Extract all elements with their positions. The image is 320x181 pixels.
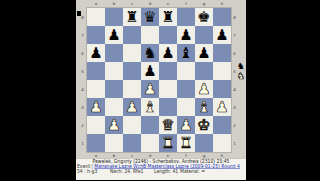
- square-d2[interactable]: [141, 116, 159, 134]
- square-b5[interactable]: [105, 62, 123, 80]
- square-e1[interactable]: ♜: [159, 134, 177, 152]
- caption: Pawelek, Grigoriy (2246) - Scherbakov, A…: [76, 158, 246, 181]
- rank-label-1: 1: [80, 134, 85, 152]
- square-h7[interactable]: ♟: [213, 26, 231, 44]
- square-d1[interactable]: [141, 134, 159, 152]
- rank-label-2: 2: [232, 116, 237, 134]
- square-d7[interactable]: [141, 26, 159, 44]
- black-knight[interactable]: ♞: [141, 44, 159, 62]
- after-move: Nach: 24. Rfe1: [110, 169, 143, 174]
- square-b6[interactable]: [105, 44, 123, 62]
- square-a1[interactable]: [87, 134, 105, 152]
- white-king[interactable]: ♚: [195, 116, 213, 134]
- file-label-b: b: [105, 1, 123, 7]
- square-c7[interactable]: [123, 26, 141, 44]
- black-pawn[interactable]: ♟: [159, 44, 177, 62]
- square-a4[interactable]: [87, 80, 105, 98]
- square-b3[interactable]: [105, 98, 123, 116]
- square-c8[interactable]: ♜: [123, 8, 141, 26]
- square-b2[interactable]: ♟: [105, 116, 123, 134]
- square-b8[interactable]: [105, 8, 123, 26]
- file-label-c: c: [123, 1, 141, 7]
- square-f1[interactable]: ♜: [177, 134, 195, 152]
- white-pawn[interactable]: ♟: [195, 80, 213, 98]
- square-h3[interactable]: ♟: [213, 98, 231, 116]
- chess-board: ♜♛♜♚♟♟♟♟♞♟♝♟♟♟♟♟♟♝♝♟♟♛♟♚♜♜: [87, 8, 231, 152]
- square-f2[interactable]: ♟: [177, 116, 195, 134]
- square-g7[interactable]: [195, 26, 213, 44]
- rank-label-3: 3: [80, 98, 85, 116]
- left-letterbox-bar: [0, 0, 76, 180]
- black-knight-icon: ♞: [237, 61, 245, 71]
- square-e7[interactable]: [159, 26, 177, 44]
- white-rook[interactable]: ♜: [177, 134, 195, 152]
- square-g2[interactable]: ♚: [195, 116, 213, 134]
- white-knight-icon: ♞: [237, 71, 245, 81]
- rank-label-7: 7: [80, 26, 85, 44]
- black-king[interactable]: ♚: [195, 8, 213, 26]
- rank-label-4: 4: [80, 80, 85, 98]
- square-c6[interactable]: [123, 44, 141, 62]
- rank-label-3: 3: [232, 98, 237, 116]
- square-d5[interactable]: ♟: [141, 62, 159, 80]
- white-rook[interactable]: ♜: [159, 134, 177, 152]
- square-h2[interactable]: [213, 116, 231, 134]
- move-display: 54 : h-g3: [77, 169, 97, 174]
- black-pawn[interactable]: ♟: [195, 44, 213, 62]
- file-label-f: f: [177, 1, 195, 7]
- white-bishop[interactable]: ♝: [141, 98, 159, 116]
- square-d8[interactable]: ♛: [141, 8, 159, 26]
- file-label-e: e: [159, 1, 177, 7]
- square-e3[interactable]: [159, 98, 177, 116]
- square-b1[interactable]: [105, 134, 123, 152]
- square-g8[interactable]: ♚: [195, 8, 213, 26]
- white-pawn[interactable]: ♟: [213, 98, 231, 116]
- rank-label-5: 5: [80, 62, 85, 80]
- square-f6[interactable]: ♝: [177, 44, 195, 62]
- square-f7[interactable]: ♟: [177, 26, 195, 44]
- file-label-h: h: [213, 1, 231, 7]
- rank-labels-left: 87654321: [80, 8, 85, 152]
- square-c1[interactable]: [123, 134, 141, 152]
- square-g1[interactable]: [195, 134, 213, 152]
- white-pawn[interactable]: ♟: [123, 98, 141, 116]
- rank-label-6: 6: [80, 44, 85, 62]
- square-e6[interactable]: ♟: [159, 44, 177, 62]
- square-f3[interactable]: [177, 98, 195, 116]
- square-f8[interactable]: [177, 8, 195, 26]
- square-d3[interactable]: ♝: [141, 98, 159, 116]
- rank-label-2: 2: [80, 116, 85, 134]
- square-h1[interactable]: [213, 134, 231, 152]
- rank-label-7: 7: [232, 26, 237, 44]
- black-pawn[interactable]: ♟: [213, 26, 231, 44]
- white-pawn[interactable]: ♟: [141, 80, 159, 98]
- black-rook[interactable]: ♜: [159, 8, 177, 26]
- square-g4[interactable]: ♟: [195, 80, 213, 98]
- video-frame: abcdefgh abcdefgh 87654321 87654321 ♜♛♜♚…: [0, 0, 320, 180]
- square-c3[interactable]: ♟: [123, 98, 141, 116]
- square-g3[interactable]: ♝: [195, 98, 213, 116]
- square-b7[interactable]: ♟: [105, 26, 123, 44]
- square-b4[interactable]: [105, 80, 123, 98]
- square-f5[interactable]: [177, 62, 195, 80]
- square-a7[interactable]: [87, 26, 105, 44]
- move-info-line: 54 : h-g3 Nach: 24. Rfe1 Length: 41 Mate…: [77, 169, 246, 175]
- black-pawn[interactable]: ♟: [141, 62, 159, 80]
- square-e5[interactable]: [159, 62, 177, 80]
- square-c4[interactable]: [123, 80, 141, 98]
- square-a6[interactable]: ♟: [87, 44, 105, 62]
- file-labels-top: abcdefgh: [87, 1, 231, 7]
- square-c5[interactable]: [123, 62, 141, 80]
- white-pawn[interactable]: ♟: [105, 116, 123, 134]
- square-h5[interactable]: [213, 62, 231, 80]
- board-panel: abcdefgh abcdefgh 87654321 87654321 ♜♛♜♚…: [76, 0, 246, 180]
- rank-label-1: 1: [232, 134, 237, 152]
- square-c2[interactable]: [123, 116, 141, 134]
- white-bishop[interactable]: ♝: [195, 98, 213, 116]
- white-pawn[interactable]: ♟: [87, 98, 105, 116]
- square-a2[interactable]: [87, 116, 105, 134]
- right-letterbox-bar: [246, 0, 320, 180]
- square-e8[interactable]: ♜: [159, 8, 177, 26]
- white-queen[interactable]: ♛: [159, 116, 177, 134]
- game-length: Length: 41: [154, 169, 178, 174]
- black-bishop[interactable]: ♝: [177, 44, 195, 62]
- file-label-a: a: [87, 1, 105, 7]
- square-h4[interactable]: [213, 80, 231, 98]
- rank-label-8: 8: [232, 8, 237, 26]
- square-a8[interactable]: [87, 8, 105, 26]
- square-a3[interactable]: ♟: [87, 98, 105, 116]
- square-g6[interactable]: ♟: [195, 44, 213, 62]
- square-e2[interactable]: ♛: [159, 116, 177, 134]
- square-h8[interactable]: [213, 8, 231, 26]
- rank-label-4: 4: [232, 80, 237, 98]
- black-rook[interactable]: ♜: [123, 8, 141, 26]
- black-pawn[interactable]: ♟: [177, 26, 195, 44]
- material-balance: Material: =: [180, 169, 205, 174]
- square-e4[interactable]: [159, 80, 177, 98]
- square-d6[interactable]: ♞: [141, 44, 159, 62]
- side-to-move-indicator: [77, 11, 81, 16]
- file-label-g: g: [195, 1, 213, 7]
- white-pawn[interactable]: ♟: [177, 116, 195, 134]
- file-label-d: d: [141, 1, 159, 7]
- black-pawn[interactable]: ♟: [105, 26, 123, 44]
- square-a5[interactable]: [87, 62, 105, 80]
- square-h6[interactable]: [213, 44, 231, 62]
- black-pawn[interactable]: ♟: [87, 44, 105, 62]
- square-f4[interactable]: [177, 80, 195, 98]
- rank-label-6: 6: [232, 44, 237, 62]
- square-g5[interactable]: [195, 62, 213, 80]
- black-queen[interactable]: ♛: [141, 8, 159, 26]
- captured-pieces-tray: ♞ ♞: [235, 61, 247, 81]
- square-d4[interactable]: ♟: [141, 80, 159, 98]
